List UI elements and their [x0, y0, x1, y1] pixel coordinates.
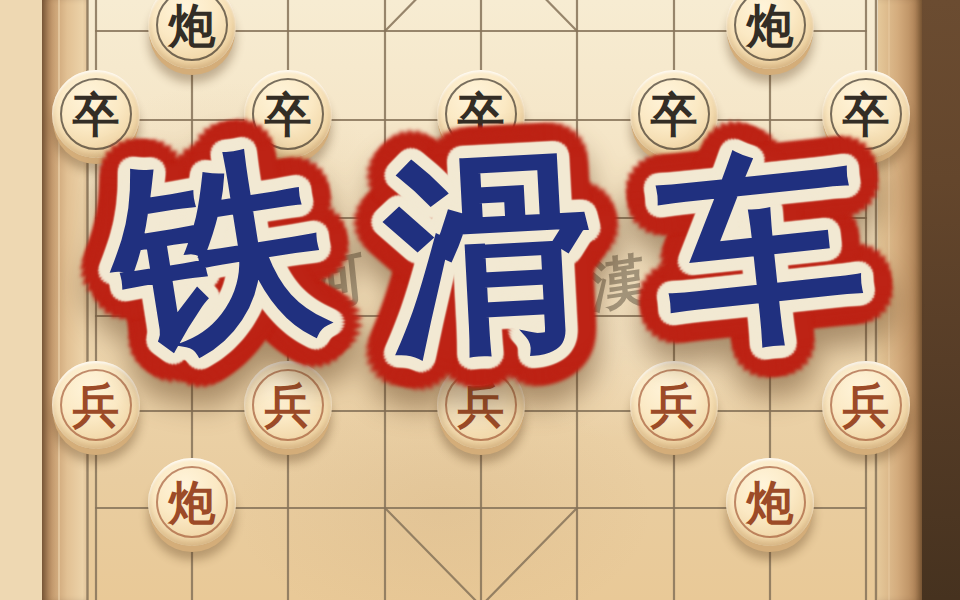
piece-character: 炮	[726, 0, 814, 69]
piece-character: 炮	[148, 458, 236, 546]
piece-character: 炮	[148, 0, 236, 69]
black-cannon[interactable]: 炮	[726, 0, 814, 69]
red-cannon[interactable]: 炮	[726, 458, 814, 546]
black-soldier[interactable]: 卒	[244, 70, 332, 158]
piece-character: 卒	[52, 70, 140, 158]
xiangqi-board-screen: 河漢 炮炮卒卒卒卒卒兵兵兵兵兵炮炮 铁铁铁滑滑滑车车车	[0, 0, 960, 600]
river-character: 漢	[588, 241, 647, 326]
piece-character: 卒	[822, 70, 910, 158]
piece-character: 兵	[822, 361, 910, 449]
piece-character: 兵	[244, 361, 332, 449]
piece-character: 卒	[630, 70, 718, 158]
black-soldier[interactable]: 卒	[630, 70, 718, 158]
black-soldier[interactable]: 卒	[52, 70, 140, 158]
piece-character: 兵	[630, 361, 718, 449]
red-cannon[interactable]: 炮	[148, 458, 236, 546]
black-soldier[interactable]: 卒	[822, 70, 910, 158]
piece-character: 兵	[52, 361, 140, 449]
red-soldier[interactable]: 兵	[437, 361, 525, 449]
black-cannon[interactable]: 炮	[148, 0, 236, 69]
river-character: 河	[304, 237, 369, 327]
red-soldier[interactable]: 兵	[822, 361, 910, 449]
red-soldier[interactable]: 兵	[630, 361, 718, 449]
piece-character: 卒	[244, 70, 332, 158]
red-soldier[interactable]: 兵	[244, 361, 332, 449]
piece-character: 兵	[437, 361, 525, 449]
red-soldier[interactable]: 兵	[52, 361, 140, 449]
black-soldier[interactable]: 卒	[437, 70, 525, 158]
piece-character: 炮	[726, 458, 814, 546]
piece-character: 卒	[437, 70, 525, 158]
